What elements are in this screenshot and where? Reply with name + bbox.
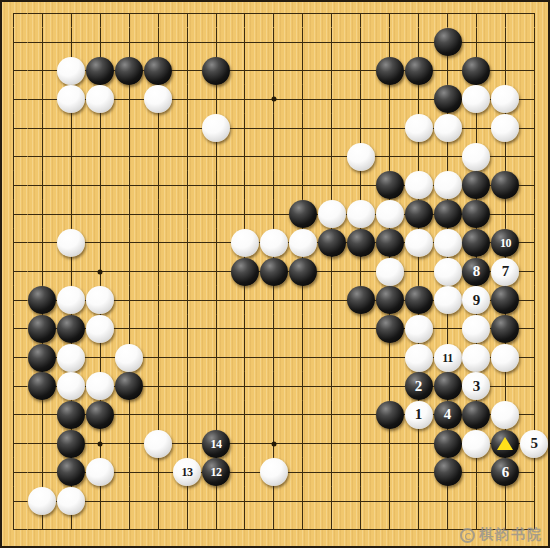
intersection-9-7[interactable] (259, 200, 288, 229)
intersection-17-16[interactable]: 6 (491, 458, 520, 487)
intersection-9-6[interactable] (259, 171, 288, 200)
intersection-12-15[interactable] (346, 429, 375, 458)
intersection-12-0[interactable] (346, 0, 375, 28)
intersection-7-11[interactable] (202, 315, 231, 344)
intersection-6-4[interactable] (173, 114, 202, 143)
intersection-7-1[interactable] (202, 28, 231, 57)
intersection-7-3[interactable] (202, 85, 231, 114)
intersection-16-2[interactable] (462, 56, 491, 85)
intersection-10-12[interactable] (288, 343, 317, 372)
intersection-1-5[interactable] (28, 142, 57, 171)
intersection-15-18[interactable] (433, 515, 462, 544)
intersection-13-17[interactable] (375, 487, 404, 516)
intersection-2-17[interactable] (57, 487, 86, 516)
intersection-12-2[interactable] (346, 56, 375, 85)
intersection-2-13[interactable] (57, 372, 86, 401)
intersection-2-9[interactable] (57, 257, 86, 286)
intersection-0-17[interactable] (0, 487, 28, 516)
intersection-0-14[interactable] (0, 401, 28, 430)
intersection-7-9[interactable] (202, 257, 231, 286)
intersection-12-14[interactable] (346, 401, 375, 430)
intersection-1-14[interactable] (28, 401, 57, 430)
intersection-13-0[interactable] (375, 0, 404, 28)
intersection-13-14[interactable] (375, 401, 404, 430)
intersection-12-13[interactable] (346, 372, 375, 401)
intersection-12-8[interactable] (346, 229, 375, 258)
intersection-0-11[interactable] (0, 315, 28, 344)
intersection-15-15[interactable] (433, 429, 462, 458)
intersection-5-9[interactable] (144, 257, 173, 286)
intersection-5-16[interactable] (144, 458, 173, 487)
intersection-17-3[interactable] (491, 85, 520, 114)
intersection-1-6[interactable] (28, 171, 57, 200)
intersection-6-6[interactable] (173, 171, 202, 200)
intersection-6-13[interactable] (173, 372, 202, 401)
intersection-8-2[interactable] (231, 56, 260, 85)
intersection-16-6[interactable] (462, 171, 491, 200)
intersection-6-14[interactable] (173, 401, 202, 430)
intersection-6-18[interactable] (173, 515, 202, 544)
intersection-18-14[interactable] (520, 401, 549, 430)
intersection-13-6[interactable] (375, 171, 404, 200)
intersection-10-4[interactable] (288, 114, 317, 143)
intersection-7-14[interactable] (202, 401, 231, 430)
intersection-16-16[interactable] (462, 458, 491, 487)
intersection-0-3[interactable] (0, 85, 28, 114)
intersection-15-6[interactable] (433, 171, 462, 200)
intersection-9-10[interactable] (259, 286, 288, 315)
intersection-4-7[interactable] (115, 200, 144, 229)
intersection-5-11[interactable] (144, 315, 173, 344)
intersection-18-15[interactable]: 5 (520, 429, 549, 458)
intersection-2-7[interactable] (57, 200, 86, 229)
intersection-1-12[interactable] (28, 343, 57, 372)
intersection-11-12[interactable] (317, 343, 346, 372)
intersection-10-18[interactable] (288, 515, 317, 544)
intersection-0-13[interactable] (0, 372, 28, 401)
intersection-7-5[interactable] (202, 142, 231, 171)
intersection-11-15[interactable] (317, 429, 346, 458)
intersection-2-15[interactable] (57, 429, 86, 458)
intersection-0-12[interactable] (0, 343, 28, 372)
intersection-15-12[interactable]: 11 (433, 343, 462, 372)
intersection-15-0[interactable] (433, 0, 462, 28)
intersection-6-11[interactable] (173, 315, 202, 344)
intersection-4-18[interactable] (115, 515, 144, 544)
intersection-5-8[interactable] (144, 229, 173, 258)
intersection-8-10[interactable] (231, 286, 260, 315)
intersection-17-6[interactable] (491, 171, 520, 200)
intersection-2-12[interactable] (57, 343, 86, 372)
intersection-2-1[interactable] (57, 28, 86, 57)
intersection-2-5[interactable] (57, 142, 86, 171)
intersection-1-13[interactable] (28, 372, 57, 401)
intersection-14-5[interactable] (404, 142, 433, 171)
intersection-7-2[interactable] (202, 56, 231, 85)
intersection-3-5[interactable] (86, 142, 115, 171)
intersection-10-17[interactable] (288, 487, 317, 516)
intersection-8-18[interactable] (231, 515, 260, 544)
intersection-18-2[interactable] (520, 56, 549, 85)
intersection-5-1[interactable] (144, 28, 173, 57)
intersection-6-17[interactable] (173, 487, 202, 516)
intersection-6-3[interactable] (173, 85, 202, 114)
intersection-1-18[interactable] (28, 515, 57, 544)
intersection-6-10[interactable] (173, 286, 202, 315)
intersection-9-14[interactable] (259, 401, 288, 430)
intersection-13-13[interactable] (375, 372, 404, 401)
intersection-3-13[interactable] (86, 372, 115, 401)
intersection-12-18[interactable] (346, 515, 375, 544)
intersection-16-12[interactable] (462, 343, 491, 372)
intersection-7-10[interactable] (202, 286, 231, 315)
intersection-8-0[interactable] (231, 0, 260, 28)
intersection-18-3[interactable] (520, 85, 549, 114)
intersection-15-11[interactable] (433, 315, 462, 344)
intersection-9-5[interactable] (259, 142, 288, 171)
intersection-3-0[interactable] (86, 0, 115, 28)
intersection-12-9[interactable] (346, 257, 375, 286)
intersection-15-13[interactable] (433, 372, 462, 401)
intersection-5-10[interactable] (144, 286, 173, 315)
intersection-8-14[interactable] (231, 401, 260, 430)
intersection-18-12[interactable] (520, 343, 549, 372)
intersection-3-14[interactable] (86, 401, 115, 430)
intersection-15-16[interactable] (433, 458, 462, 487)
intersection-18-1[interactable] (520, 28, 549, 57)
intersection-0-6[interactable] (0, 171, 28, 200)
intersection-13-8[interactable] (375, 229, 404, 258)
intersection-5-0[interactable] (144, 0, 173, 28)
intersection-5-7[interactable] (144, 200, 173, 229)
intersection-0-8[interactable] (0, 229, 28, 258)
intersection-9-1[interactable] (259, 28, 288, 57)
intersection-14-0[interactable] (404, 0, 433, 28)
intersection-14-3[interactable] (404, 85, 433, 114)
intersection-14-12[interactable] (404, 343, 433, 372)
intersection-18-10[interactable] (520, 286, 549, 315)
intersection-6-5[interactable] (173, 142, 202, 171)
intersection-4-14[interactable] (115, 401, 144, 430)
intersection-7-0[interactable] (202, 0, 231, 28)
intersection-9-17[interactable] (259, 487, 288, 516)
intersection-11-9[interactable] (317, 257, 346, 286)
intersection-12-12[interactable] (346, 343, 375, 372)
intersection-0-2[interactable] (0, 56, 28, 85)
intersection-17-12[interactable] (491, 343, 520, 372)
intersection-12-4[interactable] (346, 114, 375, 143)
intersection-18-16[interactable] (520, 458, 549, 487)
intersection-0-18[interactable] (0, 515, 28, 544)
intersection-14-13[interactable]: 2 (404, 372, 433, 401)
intersection-4-8[interactable] (115, 229, 144, 258)
intersection-16-18[interactable] (462, 515, 491, 544)
intersection-18-11[interactable] (520, 315, 549, 344)
intersection-6-7[interactable] (173, 200, 202, 229)
intersection-3-16[interactable] (86, 458, 115, 487)
intersection-17-7[interactable] (491, 200, 520, 229)
intersection-18-18[interactable] (520, 515, 549, 544)
intersection-10-9[interactable] (288, 257, 317, 286)
intersection-11-13[interactable] (317, 372, 346, 401)
intersection-13-16[interactable] (375, 458, 404, 487)
intersection-3-6[interactable] (86, 171, 115, 200)
intersection-0-9[interactable] (0, 257, 28, 286)
intersection-14-11[interactable] (404, 315, 433, 344)
intersection-11-7[interactable] (317, 200, 346, 229)
intersection-14-7[interactable] (404, 200, 433, 229)
intersection-14-4[interactable] (404, 114, 433, 143)
intersection-1-2[interactable] (28, 56, 57, 85)
intersection-17-13[interactable] (491, 372, 520, 401)
intersection-17-18[interactable] (491, 515, 520, 544)
intersection-5-6[interactable] (144, 171, 173, 200)
intersection-14-18[interactable] (404, 515, 433, 544)
intersection-14-10[interactable] (404, 286, 433, 315)
intersection-4-1[interactable] (115, 28, 144, 57)
intersection-7-7[interactable] (202, 200, 231, 229)
intersection-8-5[interactable] (231, 142, 260, 171)
intersection-3-12[interactable] (86, 343, 115, 372)
intersection-10-3[interactable] (288, 85, 317, 114)
intersection-12-3[interactable] (346, 85, 375, 114)
intersection-3-11[interactable] (86, 315, 115, 344)
intersection-0-0[interactable] (0, 0, 28, 28)
intersection-4-15[interactable] (115, 429, 144, 458)
intersection-9-12[interactable] (259, 343, 288, 372)
intersection-14-6[interactable] (404, 171, 433, 200)
intersection-5-18[interactable] (144, 515, 173, 544)
intersection-9-18[interactable] (259, 515, 288, 544)
intersection-17-2[interactable] (491, 56, 520, 85)
intersection-10-6[interactable] (288, 171, 317, 200)
intersection-4-10[interactable] (115, 286, 144, 315)
intersection-3-10[interactable] (86, 286, 115, 315)
intersection-3-1[interactable] (86, 28, 115, 57)
intersection-18-6[interactable] (520, 171, 549, 200)
intersection-13-15[interactable] (375, 429, 404, 458)
intersection-0-1[interactable] (0, 28, 28, 57)
intersection-7-13[interactable] (202, 372, 231, 401)
intersection-16-8[interactable] (462, 229, 491, 258)
intersection-8-11[interactable] (231, 315, 260, 344)
intersection-8-3[interactable] (231, 85, 260, 114)
intersection-4-0[interactable] (115, 0, 144, 28)
intersection-10-14[interactable] (288, 401, 317, 430)
intersection-5-3[interactable] (144, 85, 173, 114)
intersection-3-17[interactable] (86, 487, 115, 516)
intersection-7-15[interactable]: 14 (202, 429, 231, 458)
intersection-5-14[interactable] (144, 401, 173, 430)
intersection-18-0[interactable] (520, 0, 549, 28)
intersection-7-16[interactable]: 12 (202, 458, 231, 487)
intersection-15-10[interactable] (433, 286, 462, 315)
intersection-16-3[interactable] (462, 85, 491, 114)
intersection-5-13[interactable] (144, 372, 173, 401)
intersection-2-10[interactable] (57, 286, 86, 315)
intersection-14-17[interactable] (404, 487, 433, 516)
intersection-15-3[interactable] (433, 85, 462, 114)
intersection-2-6[interactable] (57, 171, 86, 200)
intersection-12-6[interactable] (346, 171, 375, 200)
intersection-17-14[interactable] (491, 401, 520, 430)
intersection-11-11[interactable] (317, 315, 346, 344)
intersection-17-15[interactable] (491, 429, 520, 458)
intersection-0-16[interactable] (0, 458, 28, 487)
intersection-12-16[interactable] (346, 458, 375, 487)
intersection-10-10[interactable] (288, 286, 317, 315)
intersection-15-5[interactable] (433, 142, 462, 171)
intersection-13-2[interactable] (375, 56, 404, 85)
intersection-13-18[interactable] (375, 515, 404, 544)
intersection-8-7[interactable] (231, 200, 260, 229)
intersection-8-4[interactable] (231, 114, 260, 143)
intersection-13-9[interactable] (375, 257, 404, 286)
intersection-1-7[interactable] (28, 200, 57, 229)
intersection-18-5[interactable] (520, 142, 549, 171)
intersection-1-10[interactable] (28, 286, 57, 315)
intersection-8-16[interactable] (231, 458, 260, 487)
intersection-16-9[interactable]: 8 (462, 257, 491, 286)
intersection-10-11[interactable] (288, 315, 317, 344)
intersection-0-15[interactable] (0, 429, 28, 458)
intersection-8-6[interactable] (231, 171, 260, 200)
intersection-17-4[interactable] (491, 114, 520, 143)
intersection-11-17[interactable] (317, 487, 346, 516)
intersection-11-8[interactable] (317, 229, 346, 258)
intersection-2-11[interactable] (57, 315, 86, 344)
intersection-8-15[interactable] (231, 429, 260, 458)
intersection-3-4[interactable] (86, 114, 115, 143)
intersection-12-10[interactable] (346, 286, 375, 315)
intersection-18-13[interactable] (520, 372, 549, 401)
intersection-11-2[interactable] (317, 56, 346, 85)
intersection-16-0[interactable] (462, 0, 491, 28)
intersection-1-3[interactable] (28, 85, 57, 114)
intersection-11-18[interactable] (317, 515, 346, 544)
intersection-10-2[interactable] (288, 56, 317, 85)
intersection-17-11[interactable] (491, 315, 520, 344)
intersection-11-14[interactable] (317, 401, 346, 430)
intersection-13-5[interactable] (375, 142, 404, 171)
intersection-4-5[interactable] (115, 142, 144, 171)
intersection-9-11[interactable] (259, 315, 288, 344)
intersection-1-8[interactable] (28, 229, 57, 258)
intersection-12-17[interactable] (346, 487, 375, 516)
intersection-9-4[interactable] (259, 114, 288, 143)
intersection-4-12[interactable] (115, 343, 144, 372)
intersection-18-7[interactable] (520, 200, 549, 229)
intersection-2-2[interactable] (57, 56, 86, 85)
intersection-0-7[interactable] (0, 200, 28, 229)
intersection-14-1[interactable] (404, 28, 433, 57)
intersection-1-4[interactable] (28, 114, 57, 143)
intersection-7-12[interactable] (202, 343, 231, 372)
intersection-16-1[interactable] (462, 28, 491, 57)
intersection-10-0[interactable] (288, 0, 317, 28)
intersection-6-8[interactable] (173, 229, 202, 258)
intersection-10-16[interactable] (288, 458, 317, 487)
intersection-10-5[interactable] (288, 142, 317, 171)
intersection-5-15[interactable] (144, 429, 173, 458)
intersection-11-1[interactable] (317, 28, 346, 57)
intersection-1-16[interactable] (28, 458, 57, 487)
intersection-5-17[interactable] (144, 487, 173, 516)
intersection-16-5[interactable] (462, 142, 491, 171)
intersection-14-2[interactable] (404, 56, 433, 85)
intersection-0-4[interactable] (0, 114, 28, 143)
intersection-15-17[interactable] (433, 487, 462, 516)
intersection-12-11[interactable] (346, 315, 375, 344)
intersection-9-8[interactable] (259, 229, 288, 258)
intersection-9-15[interactable] (259, 429, 288, 458)
intersection-1-17[interactable] (28, 487, 57, 516)
intersection-1-0[interactable] (28, 0, 57, 28)
intersection-17-10[interactable] (491, 286, 520, 315)
intersection-6-2[interactable] (173, 56, 202, 85)
intersection-10-13[interactable] (288, 372, 317, 401)
intersection-15-9[interactable] (433, 257, 462, 286)
intersection-11-4[interactable] (317, 114, 346, 143)
intersection-6-0[interactable] (173, 0, 202, 28)
intersection-11-6[interactable] (317, 171, 346, 200)
intersection-3-3[interactable] (86, 85, 115, 114)
intersection-13-3[interactable] (375, 85, 404, 114)
intersection-0-10[interactable] (0, 286, 28, 315)
intersection-8-12[interactable] (231, 343, 260, 372)
intersection-9-0[interactable] (259, 0, 288, 28)
intersection-4-9[interactable] (115, 257, 144, 286)
intersection-13-7[interactable] (375, 200, 404, 229)
intersection-16-10[interactable]: 9 (462, 286, 491, 315)
intersection-10-8[interactable] (288, 229, 317, 258)
intersection-8-8[interactable] (231, 229, 260, 258)
intersection-3-9[interactable] (86, 257, 115, 286)
intersection-15-2[interactable] (433, 56, 462, 85)
intersection-17-0[interactable] (491, 0, 520, 28)
intersection-4-6[interactable] (115, 171, 144, 200)
intersection-11-16[interactable] (317, 458, 346, 487)
intersection-2-3[interactable] (57, 85, 86, 114)
intersection-11-0[interactable] (317, 0, 346, 28)
intersection-6-12[interactable] (173, 343, 202, 372)
intersection-16-17[interactable] (462, 487, 491, 516)
intersection-18-9[interactable] (520, 257, 549, 286)
intersection-1-11[interactable] (28, 315, 57, 344)
intersection-14-8[interactable] (404, 229, 433, 258)
intersection-9-3[interactable] (259, 85, 288, 114)
intersection-6-9[interactable] (173, 257, 202, 286)
intersection-4-11[interactable] (115, 315, 144, 344)
intersection-13-12[interactable] (375, 343, 404, 372)
intersection-14-9[interactable] (404, 257, 433, 286)
intersection-5-12[interactable] (144, 343, 173, 372)
intersection-6-15[interactable] (173, 429, 202, 458)
intersection-7-18[interactable] (202, 515, 231, 544)
intersection-5-4[interactable] (144, 114, 173, 143)
intersection-9-16[interactable] (259, 458, 288, 487)
intersection-1-1[interactable] (28, 28, 57, 57)
intersection-17-8[interactable]: 10 (491, 229, 520, 258)
intersection-0-5[interactable] (0, 142, 28, 171)
intersection-14-16[interactable] (404, 458, 433, 487)
intersection-8-13[interactable] (231, 372, 260, 401)
intersection-5-2[interactable] (144, 56, 173, 85)
intersection-2-14[interactable] (57, 401, 86, 430)
intersection-16-14[interactable] (462, 401, 491, 430)
intersection-10-15[interactable] (288, 429, 317, 458)
intersection-4-2[interactable] (115, 56, 144, 85)
